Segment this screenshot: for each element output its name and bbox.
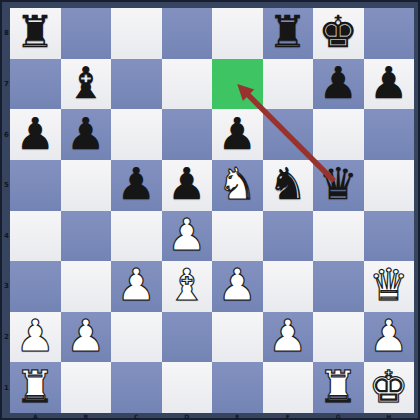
square-g1[interactable]: ♜ (313, 362, 364, 413)
square-h3[interactable]: ♛ (364, 261, 415, 312)
square-c1[interactable] (111, 362, 162, 413)
square-a3[interactable] (10, 261, 61, 312)
square-f1[interactable] (263, 362, 314, 413)
square-g2[interactable] (313, 312, 364, 363)
square-h7[interactable]: ♟ (364, 59, 415, 110)
piece-black-king[interactable]: ♚ (319, 10, 358, 54)
square-b4[interactable] (61, 211, 112, 262)
square-f2[interactable]: ♟ (263, 312, 314, 363)
square-a1[interactable]: ♜ (10, 362, 61, 413)
rank-label: 5 (0, 160, 10, 211)
square-h5[interactable] (364, 160, 415, 211)
file-label: D (162, 413, 213, 420)
piece-white-pawn[interactable]: ♟ (369, 314, 408, 358)
square-e1[interactable] (212, 362, 263, 413)
square-c3[interactable]: ♟ (111, 261, 162, 312)
piece-white-pawn[interactable]: ♟ (66, 314, 105, 358)
piece-black-pawn[interactable]: ♟ (319, 61, 358, 105)
piece-black-pawn[interactable]: ♟ (66, 112, 105, 156)
square-b6[interactable]: ♟ (61, 109, 112, 160)
piece-white-pawn[interactable]: ♟ (268, 314, 307, 358)
square-g7[interactable]: ♟ (313, 59, 364, 110)
square-a7[interactable] (10, 59, 61, 110)
square-c4[interactable] (111, 211, 162, 262)
piece-white-pawn[interactable]: ♟ (117, 263, 156, 307)
square-f6[interactable] (263, 109, 314, 160)
square-f5[interactable]: ♞ (263, 160, 314, 211)
piece-white-rook[interactable]: ♜ (319, 365, 358, 409)
square-f3[interactable] (263, 261, 314, 312)
file-label: G (313, 413, 364, 420)
chess-board: ♜♜♚♝♟♟♟♟♟♟♟♞♞♛♟♟♝♟♛♟♟♟♟♜♜♚ (10, 8, 414, 413)
file-labels: ABCDEFGH (10, 413, 414, 420)
file-label: E (212, 413, 263, 420)
square-g8[interactable]: ♚ (313, 8, 364, 59)
square-g3[interactable] (313, 261, 364, 312)
square-d7[interactable] (162, 59, 213, 110)
square-e4[interactable] (212, 211, 263, 262)
square-h6[interactable] (364, 109, 415, 160)
square-f8[interactable]: ♜ (263, 8, 314, 59)
square-d6[interactable] (162, 109, 213, 160)
square-b2[interactable]: ♟ (61, 312, 112, 363)
rank-label: 3 (0, 261, 10, 312)
piece-black-pawn[interactable]: ♟ (16, 112, 55, 156)
square-e5[interactable]: ♞ (212, 160, 263, 211)
square-d2[interactable] (162, 312, 213, 363)
file-label: A (10, 413, 61, 420)
square-e6[interactable]: ♟ (212, 109, 263, 160)
piece-white-pawn[interactable]: ♟ (167, 213, 206, 257)
rank-label: 1 (0, 362, 10, 413)
square-b8[interactable] (61, 8, 112, 59)
square-f4[interactable] (263, 211, 314, 262)
square-a4[interactable] (10, 211, 61, 262)
piece-white-queen[interactable]: ♛ (369, 263, 408, 307)
piece-black-pawn[interactable]: ♟ (218, 112, 257, 156)
rank-label: 6 (0, 109, 10, 160)
piece-white-king[interactable]: ♚ (369, 365, 408, 409)
piece-black-rook[interactable]: ♜ (16, 10, 55, 54)
piece-black-pawn[interactable]: ♟ (369, 61, 408, 105)
rank-label: 4 (0, 211, 10, 262)
square-b1[interactable] (61, 362, 112, 413)
square-c6[interactable] (111, 109, 162, 160)
piece-white-pawn[interactable]: ♟ (218, 263, 257, 307)
square-d5[interactable]: ♟ (162, 160, 213, 211)
piece-black-queen[interactable]: ♛ (319, 162, 358, 206)
file-label: C (111, 413, 162, 420)
file-label: F (263, 413, 314, 420)
piece-black-bishop[interactable]: ♝ (66, 61, 105, 105)
square-f7[interactable] (263, 59, 314, 110)
square-h2[interactable]: ♟ (364, 312, 415, 363)
square-g5[interactable]: ♛ (313, 160, 364, 211)
square-c2[interactable] (111, 312, 162, 363)
square-c8[interactable] (111, 8, 162, 59)
rank-label: 7 (0, 59, 10, 110)
rank-labels: 87654321 (0, 8, 10, 413)
file-label: B (61, 413, 112, 420)
piece-white-rook[interactable]: ♜ (16, 365, 55, 409)
square-h8[interactable] (364, 8, 415, 59)
rank-label: 8 (0, 8, 10, 59)
square-e3[interactable]: ♟ (212, 261, 263, 312)
square-d3[interactable]: ♝ (162, 261, 213, 312)
square-d4[interactable]: ♟ (162, 211, 213, 262)
square-g4[interactable] (313, 211, 364, 262)
file-label: H (364, 413, 415, 420)
square-c7[interactable] (111, 59, 162, 110)
square-b5[interactable] (61, 160, 112, 211)
square-h4[interactable] (364, 211, 415, 262)
piece-black-rook[interactable]: ♜ (268, 10, 307, 54)
piece-black-knight[interactable]: ♞ (268, 162, 307, 206)
piece-white-bishop[interactable]: ♝ (167, 263, 206, 307)
square-e2[interactable] (212, 312, 263, 363)
square-b3[interactable] (61, 261, 112, 312)
piece-black-pawn[interactable]: ♟ (167, 162, 206, 206)
square-g6[interactable] (313, 109, 364, 160)
square-d8[interactable] (162, 8, 213, 59)
piece-white-pawn[interactable]: ♟ (16, 314, 55, 358)
square-d1[interactable] (162, 362, 213, 413)
rank-label: 2 (0, 312, 10, 363)
square-e8[interactable] (212, 8, 263, 59)
square-a2[interactable]: ♟ (10, 312, 61, 363)
square-a5[interactable] (10, 160, 61, 211)
square-a6[interactable]: ♟ (10, 109, 61, 160)
piece-black-pawn[interactable]: ♟ (117, 162, 156, 206)
square-e7[interactable] (212, 59, 263, 110)
square-a8[interactable]: ♜ (10, 8, 61, 59)
square-h1[interactable]: ♚ (364, 362, 415, 413)
square-b7[interactable]: ♝ (61, 59, 112, 110)
board-frame: 87654321 ♜♜♚♝♟♟♟♟♟♟♟♞♞♛♟♟♝♟♛♟♟♟♟♜♜♚ ABCD… (0, 0, 420, 420)
square-c5[interactable]: ♟ (111, 160, 162, 211)
piece-white-knight[interactable]: ♞ (218, 162, 257, 206)
